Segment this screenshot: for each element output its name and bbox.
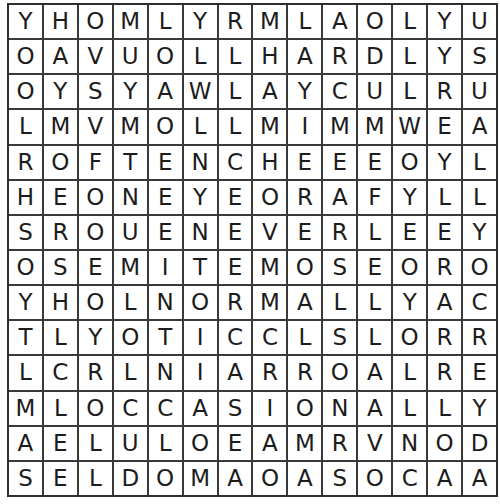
cell-r1c7[interactable]: R (219, 5, 252, 38)
cell-r14c14[interactable]: A (463, 462, 496, 495)
cell-r3c9[interactable]: Y (288, 75, 321, 108)
cell-r10c12[interactable]: O (393, 321, 426, 354)
cell-r4c1[interactable]: L (9, 110, 42, 143)
cell-r13c12[interactable]: N (393, 427, 426, 460)
cell-r8c13[interactable]: R (428, 251, 461, 284)
cell-r12c11[interactable]: A (358, 392, 391, 425)
cell-r12c10[interactable]: N (323, 392, 356, 425)
cell-r6c1[interactable]: H (9, 181, 42, 214)
cell-r10c4[interactable]: O (114, 321, 147, 354)
cell-r7c13[interactable]: E (428, 216, 461, 249)
cell-r1c1[interactable]: Y (9, 5, 42, 38)
cell-r2c14[interactable]: S (463, 40, 496, 73)
cell-r7c11[interactable]: L (358, 216, 391, 249)
cell-r6c4[interactable]: N (114, 181, 147, 214)
cell-r4c6[interactable]: L (184, 110, 217, 143)
cell-r7c3[interactable]: O (79, 216, 112, 249)
cell-r6c3[interactable]: O (79, 181, 112, 214)
cell-r5c6[interactable]: N (184, 146, 217, 179)
cell-r2c9[interactable]: A (288, 40, 321, 73)
cell-r1c11[interactable]: O (358, 5, 391, 38)
cell-r6c8[interactable]: O (253, 181, 286, 214)
cell-r3c10[interactable]: C (323, 75, 356, 108)
cell-r12c7[interactable]: S (219, 392, 252, 425)
cell-r8c6[interactable]: T (184, 251, 217, 284)
cell-r2c1[interactable]: O (9, 40, 42, 73)
cell-r9c1[interactable]: Y (9, 286, 42, 319)
cell-r8c11[interactable]: E (358, 251, 391, 284)
cell-r13c3[interactable]: L (79, 427, 112, 460)
cell-r9c8[interactable]: M (253, 286, 286, 319)
cell-r1c6[interactable]: Y (184, 5, 217, 38)
cell-r13c6[interactable]: O (184, 427, 217, 460)
cell-r13c8[interactable]: A (253, 427, 286, 460)
cell-r7c12[interactable]: E (393, 216, 426, 249)
cell-r3c7[interactable]: L (219, 75, 252, 108)
cell-r4c10[interactable]: M (323, 110, 356, 143)
cell-r1c2[interactable]: H (44, 5, 77, 38)
cell-r2c6[interactable]: L (184, 40, 217, 73)
cell-r11c12[interactable]: L (393, 356, 426, 389)
cell-r5c13[interactable]: Y (428, 146, 461, 179)
cell-r11c1[interactable]: L (9, 356, 42, 389)
cell-r12c12[interactable]: L (393, 392, 426, 425)
cell-r5c5[interactable]: E (149, 146, 182, 179)
cell-r12c5[interactable]: C (149, 392, 182, 425)
cell-r2c12[interactable]: L (393, 40, 426, 73)
cell-r8c5[interactable]: I (149, 251, 182, 284)
cell-r5c3[interactable]: F (79, 146, 112, 179)
cell-r13c10[interactable]: R (323, 427, 356, 460)
cell-r9c12[interactable]: Y (393, 286, 426, 319)
cell-r12c13[interactable]: L (428, 392, 461, 425)
cell-r6c11[interactable]: F (358, 181, 391, 214)
cell-r7c1[interactable]: S (9, 216, 42, 249)
cell-r13c7[interactable]: E (219, 427, 252, 460)
cell-r11c11[interactable]: A (358, 356, 391, 389)
cell-r3c14[interactable]: U (463, 75, 496, 108)
cell-r8c4[interactable]: M (114, 251, 147, 284)
cell-r1c14[interactable]: U (463, 5, 496, 38)
cell-r10c2[interactable]: L (44, 321, 77, 354)
cell-r9c11[interactable]: L (358, 286, 391, 319)
cell-r11c6[interactable]: I (184, 356, 217, 389)
cell-r13c4[interactable]: U (114, 427, 147, 460)
cell-r3c2[interactable]: Y (44, 75, 77, 108)
cell-r9c13[interactable]: A (428, 286, 461, 319)
cell-r5c1[interactable]: R (9, 146, 42, 179)
cell-r14c13[interactable]: A (428, 462, 461, 495)
cell-r12c8[interactable]: I (253, 392, 286, 425)
cell-r13c2[interactable]: E (44, 427, 77, 460)
cell-r5c14[interactable]: L (463, 146, 496, 179)
cell-r9c9[interactable]: A (288, 286, 321, 319)
cell-r5c11[interactable]: E (358, 146, 391, 179)
cell-r1c5[interactable]: L (149, 5, 182, 38)
cell-r6c12[interactable]: Y (393, 181, 426, 214)
cell-r11c14[interactable]: E (463, 356, 496, 389)
cell-r2c4[interactable]: U (114, 40, 147, 73)
cell-r4c3[interactable]: V (79, 110, 112, 143)
cell-r1c13[interactable]: Y (428, 5, 461, 38)
cell-r8c7[interactable]: E (219, 251, 252, 284)
cell-r3c4[interactable]: Y (114, 75, 147, 108)
cell-r6c7[interactable]: E (219, 181, 252, 214)
cell-r5c8[interactable]: H (253, 146, 286, 179)
cell-r14c9[interactable]: A (288, 462, 321, 495)
cell-r5c2[interactable]: O (44, 146, 77, 179)
cell-r7c8[interactable]: V (253, 216, 286, 249)
cell-r10c6[interactable]: I (184, 321, 217, 354)
cell-r5c10[interactable]: E (323, 146, 356, 179)
cell-r3c13[interactable]: R (428, 75, 461, 108)
cell-r9c5[interactable]: N (149, 286, 182, 319)
cell-r1c9[interactable]: L (288, 5, 321, 38)
cell-r2c11[interactable]: D (358, 40, 391, 73)
cell-r11c9[interactable]: R (288, 356, 321, 389)
cell-r5c9[interactable]: E (288, 146, 321, 179)
cell-r1c4[interactable]: M (114, 5, 147, 38)
cell-r11c4[interactable]: L (114, 356, 147, 389)
cell-r12c14[interactable]: Y (463, 392, 496, 425)
cell-r10c5[interactable]: T (149, 321, 182, 354)
cell-r4c13[interactable]: E (428, 110, 461, 143)
cell-r4c7[interactable]: L (219, 110, 252, 143)
cell-r8c3[interactable]: E (79, 251, 112, 284)
cell-r7c4[interactable]: U (114, 216, 147, 249)
cell-r3c3[interactable]: S (79, 75, 112, 108)
cell-r12c2[interactable]: L (44, 392, 77, 425)
cell-r11c7[interactable]: A (219, 356, 252, 389)
cell-r5c12[interactable]: O (393, 146, 426, 179)
cell-r9c14[interactable]: C (463, 286, 496, 319)
cell-r8c9[interactable]: O (288, 251, 321, 284)
cell-r9c6[interactable]: O (184, 286, 217, 319)
cell-r4c4[interactable]: M (114, 110, 147, 143)
cell-r2c13[interactable]: Y (428, 40, 461, 73)
cell-r4c12[interactable]: W (393, 110, 426, 143)
cell-r11c13[interactable]: R (428, 356, 461, 389)
cell-r4c8[interactable]: M (253, 110, 286, 143)
cell-r10c3[interactable]: Y (79, 321, 112, 354)
cell-r11c2[interactable]: C (44, 356, 77, 389)
cell-r6c13[interactable]: L (428, 181, 461, 214)
cell-r13c1[interactable]: A (9, 427, 42, 460)
cell-r14c12[interactable]: C (393, 462, 426, 495)
cell-r10c1[interactable]: T (9, 321, 42, 354)
cell-r8c2[interactable]: S (44, 251, 77, 284)
cell-r6c5[interactable]: E (149, 181, 182, 214)
cell-r2c7[interactable]: L (219, 40, 252, 73)
cell-r1c8[interactable]: M (253, 5, 286, 38)
cell-r10c11[interactable]: L (358, 321, 391, 354)
cell-r8c8[interactable]: M (253, 251, 286, 284)
cell-r10c7[interactable]: C (219, 321, 252, 354)
cell-r8c14[interactable]: O (463, 251, 496, 284)
cell-r3c11[interactable]: U (358, 75, 391, 108)
cell-r3c1[interactable]: O (9, 75, 42, 108)
cell-r12c9[interactable]: O (288, 392, 321, 425)
cell-r12c6[interactable]: A (184, 392, 217, 425)
cell-r9c4[interactable]: L (114, 286, 147, 319)
cell-r13c14[interactable]: D (463, 427, 496, 460)
cell-r6c14[interactable]: L (463, 181, 496, 214)
cell-r11c10[interactable]: O (323, 356, 356, 389)
cell-r11c3[interactable]: R (79, 356, 112, 389)
cell-r11c5[interactable]: N (149, 356, 182, 389)
cell-r10c14[interactable]: R (463, 321, 496, 354)
cell-r12c4[interactable]: C (114, 392, 147, 425)
cell-r14c6[interactable]: M (184, 462, 217, 495)
cell-r7c10[interactable]: R (323, 216, 356, 249)
cell-r2c3[interactable]: V (79, 40, 112, 73)
cell-r4c9[interactable]: I (288, 110, 321, 143)
cell-r10c10[interactable]: S (323, 321, 356, 354)
cell-r6c10[interactable]: A (323, 181, 356, 214)
cell-r6c6[interactable]: Y (184, 181, 217, 214)
cell-r3c8[interactable]: A (253, 75, 286, 108)
cell-r9c2[interactable]: H (44, 286, 77, 319)
word-search-grid: YHOMLYRMLAOLYUOAVUOLLHARDLYSOYSYAWLAYCUL… (7, 3, 498, 497)
cell-r3c5[interactable]: A (149, 75, 182, 108)
cell-r11c8[interactable]: R (253, 356, 286, 389)
cell-r14c1[interactable]: S (9, 462, 42, 495)
cell-r2c8[interactable]: H (253, 40, 286, 73)
cell-r6c9[interactable]: R (288, 181, 321, 214)
cell-r13c13[interactable]: O (428, 427, 461, 460)
cell-r4c5[interactable]: O (149, 110, 182, 143)
word-search-page: YHOMLYRMLAOLYUOAVUOLLHARDLYSOYSYAWLAYCUL… (0, 0, 500, 504)
cell-r8c10[interactable]: S (323, 251, 356, 284)
cell-r7c14[interactable]: Y (463, 216, 496, 249)
cell-r13c11[interactable]: V (358, 427, 391, 460)
cell-r3c6[interactable]: W (184, 75, 217, 108)
cell-r10c8[interactable]: C (253, 321, 286, 354)
cell-r10c9[interactable]: L (288, 321, 321, 354)
cell-r7c7[interactable]: E (219, 216, 252, 249)
cell-r2c2[interactable]: A (44, 40, 77, 73)
cell-r7c9[interactable]: E (288, 216, 321, 249)
cell-r14c3[interactable]: L (79, 462, 112, 495)
cell-r10c13[interactable]: R (428, 321, 461, 354)
cell-r8c1[interactable]: O (9, 251, 42, 284)
cell-r1c3[interactable]: O (79, 5, 112, 38)
cell-r14c7[interactable]: A (219, 462, 252, 495)
cell-r2c10[interactable]: R (323, 40, 356, 73)
cell-r14c11[interactable]: O (358, 462, 391, 495)
cell-r3c12[interactable]: L (393, 75, 426, 108)
cell-r5c7[interactable]: C (219, 146, 252, 179)
cell-r13c5[interactable]: L (149, 427, 182, 460)
cell-r7c2[interactable]: R (44, 216, 77, 249)
cell-r7c5[interactable]: E (149, 216, 182, 249)
cell-r8c12[interactable]: O (393, 251, 426, 284)
cell-r1c10[interactable]: A (323, 5, 356, 38)
cell-r14c4[interactable]: D (114, 462, 147, 495)
cell-r13c9[interactable]: M (288, 427, 321, 460)
cell-r4c14[interactable]: A (463, 110, 496, 143)
cell-r14c5[interactable]: O (149, 462, 182, 495)
cell-r6c2[interactable]: E (44, 181, 77, 214)
cell-r14c2[interactable]: E (44, 462, 77, 495)
cell-r4c11[interactable]: M (358, 110, 391, 143)
cell-r14c10[interactable]: S (323, 462, 356, 495)
cell-r12c3[interactable]: O (79, 392, 112, 425)
cell-r14c8[interactable]: O (253, 462, 286, 495)
cell-r12c1[interactable]: M (9, 392, 42, 425)
cell-r9c3[interactable]: O (79, 286, 112, 319)
cell-r4c2[interactable]: M (44, 110, 77, 143)
cell-r9c10[interactable]: L (323, 286, 356, 319)
cell-r1c12[interactable]: L (393, 5, 426, 38)
cell-r5c4[interactable]: T (114, 146, 147, 179)
cell-r7c6[interactable]: N (184, 216, 217, 249)
cell-r2c5[interactable]: O (149, 40, 182, 73)
cell-r9c7[interactable]: R (219, 286, 252, 319)
